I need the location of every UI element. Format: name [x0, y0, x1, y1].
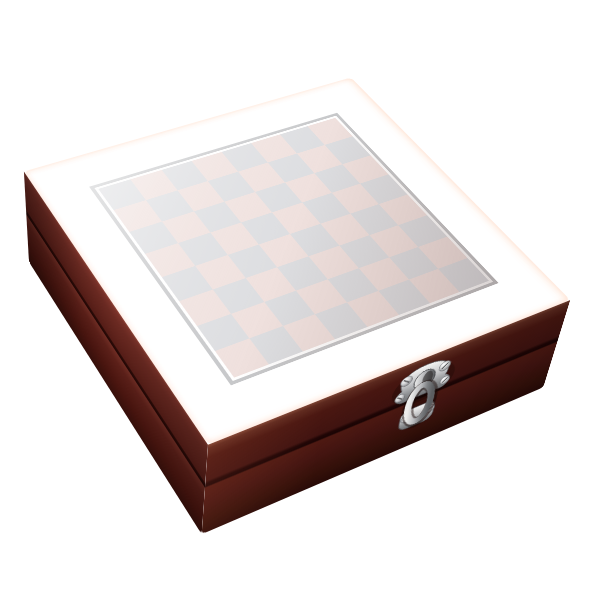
photo-scene	[0, 0, 600, 600]
chess-box-lid-top	[24, 78, 570, 445]
chessboard-frame	[89, 113, 499, 386]
clasp-latch	[375, 347, 465, 457]
chess-board-grid	[98, 118, 489, 378]
product-photo	[0, 0, 600, 600]
